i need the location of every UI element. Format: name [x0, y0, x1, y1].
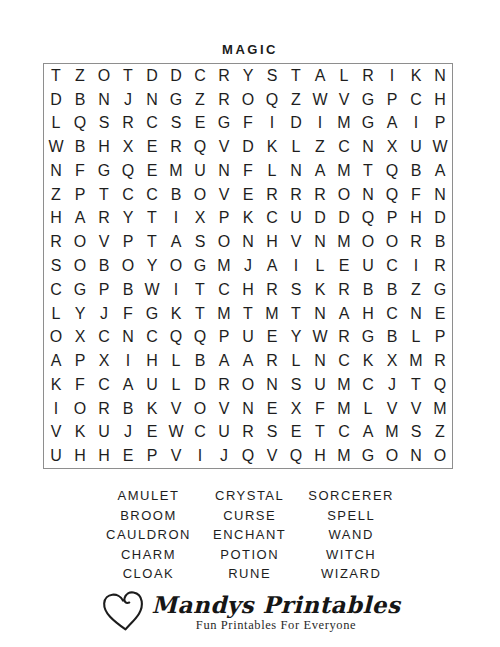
- grid-cell-r8c16: R: [404, 230, 428, 254]
- word-crystal: CRYSTAL: [213, 486, 286, 506]
- grid-cell-r15c14: L: [356, 397, 380, 421]
- word-search-grid: TZOTDDCRYSTALRIKNDBNJNGZROQZWVGPCHLQSRCS…: [43, 63, 453, 469]
- grid-cell-r6c1: Z: [44, 183, 68, 207]
- grid-cell-r10c12: K: [308, 278, 332, 302]
- grid-cell-r16c4: J: [116, 420, 140, 444]
- grid-cell-r17c8: J: [212, 444, 236, 468]
- grid-cell-r14c8: R: [212, 373, 236, 397]
- grid-cell-r1c8: R: [212, 64, 236, 88]
- grid-cell-r11c10: M: [260, 302, 284, 326]
- grid-cell-r17c5: P: [140, 444, 164, 468]
- grid-cell-r8c7: S: [188, 230, 212, 254]
- grid-cell-r9c11: I: [284, 254, 308, 278]
- grid-cell-r3c12: I: [308, 112, 332, 136]
- grid-cell-r16c9: R: [236, 420, 260, 444]
- grid-cell-r16c17: Z: [428, 420, 452, 444]
- grid-cell-r9c10: A: [260, 254, 284, 278]
- grid-cell-r1c1: T: [44, 64, 68, 88]
- grid-cell-r9c17: R: [428, 254, 452, 278]
- grid-cell-r10c9: H: [236, 278, 260, 302]
- grid-cell-r6c14: N: [356, 183, 380, 207]
- grid-cell-r13c5: H: [140, 349, 164, 373]
- grid-cell-r1c2: Z: [68, 64, 92, 88]
- grid-cell-r6c17: N: [428, 183, 452, 207]
- grid-cell-r4c11: L: [284, 135, 308, 159]
- grid-cell-r8c1: R: [44, 230, 68, 254]
- grid-cell-r2c13: V: [332, 88, 356, 112]
- grid-cell-r5c8: N: [212, 159, 236, 183]
- grid-cell-r6c15: Q: [380, 183, 404, 207]
- grid-cell-r13c14: K: [356, 349, 380, 373]
- grid-cell-r15c5: K: [140, 397, 164, 421]
- grid-cell-r13c4: I: [116, 349, 140, 373]
- grid-cell-r7c4: Y: [116, 207, 140, 231]
- grid-cell-r14c11: S: [284, 373, 308, 397]
- word-list-column-2: CRYSTALCURSEENCHANTPOTIONRUNE: [213, 486, 286, 584]
- grid-cell-r6c11: R: [284, 183, 308, 207]
- word-enchant: ENCHANT: [213, 525, 286, 545]
- grid-cell-r2c17: H: [428, 88, 452, 112]
- grid-cell-r3c7: E: [188, 112, 212, 136]
- grid-cell-r2c4: J: [116, 88, 140, 112]
- grid-cell-r10c17: G: [428, 278, 452, 302]
- word-list-column-3: SORCERERSPELLWANDWITCHWIZARD: [308, 486, 394, 584]
- grid-cell-r2c7: Z: [188, 88, 212, 112]
- grid-cell-r14c6: L: [164, 373, 188, 397]
- grid-cell-r1c15: I: [380, 64, 404, 88]
- grid-cell-r17c11: Q: [284, 444, 308, 468]
- grid-cell-r10c14: B: [356, 278, 380, 302]
- word-witch: WITCH: [308, 545, 394, 565]
- grid-cell-r8c11: V: [284, 230, 308, 254]
- heart-icon: [100, 588, 148, 638]
- grid-cell-r5c7: U: [188, 159, 212, 183]
- grid-cell-r2c16: C: [404, 88, 428, 112]
- grid-cell-r7c7: X: [188, 207, 212, 231]
- grid-cell-r17c16: N: [404, 444, 428, 468]
- grid-cell-r13c6: L: [164, 349, 188, 373]
- grid-cell-r12c9: U: [236, 325, 260, 349]
- grid-cell-r17c1: U: [44, 444, 68, 468]
- grid-cell-r1c4: T: [116, 64, 140, 88]
- grid-cell-r9c14: U: [356, 254, 380, 278]
- grid-cell-r5c6: M: [164, 159, 188, 183]
- word-wizard: WIZARD: [308, 564, 394, 584]
- grid-cell-r3c8: G: [212, 112, 236, 136]
- puzzle-title: MAGIC: [0, 42, 500, 57]
- grid-cell-r4c12: Z: [308, 135, 332, 159]
- grid-cell-r16c2: K: [68, 420, 92, 444]
- grid-cell-r7c2: A: [68, 207, 92, 231]
- grid-cell-r17c2: H: [68, 444, 92, 468]
- grid-cell-r2c14: G: [356, 88, 380, 112]
- grid-cell-r4c5: E: [140, 135, 164, 159]
- grid-cell-r7c11: U: [284, 207, 308, 231]
- grid-cell-r6c3: T: [92, 183, 116, 207]
- grid-cell-r13c13: C: [332, 349, 356, 373]
- grid-cell-r15c1: I: [44, 397, 68, 421]
- word-broom: BROOM: [106, 506, 191, 526]
- grid-cell-r12c4: N: [116, 325, 140, 349]
- grid-cell-r15c13: M: [332, 397, 356, 421]
- grid-cell-r12c2: X: [68, 325, 92, 349]
- grid-cell-r4c17: W: [428, 135, 452, 159]
- grid-cell-r3c3: S: [92, 112, 116, 136]
- word-sorcerer: SORCERER: [308, 486, 394, 506]
- grid-cell-r11c16: N: [404, 302, 428, 326]
- grid-cell-r2c12: W: [308, 88, 332, 112]
- grid-cell-r7c5: T: [140, 207, 164, 231]
- grid-cell-r9c4: O: [116, 254, 140, 278]
- grid-cell-r9c15: C: [380, 254, 404, 278]
- grid-cell-r7c17: D: [428, 207, 452, 231]
- grid-cell-r16c14: A: [356, 420, 380, 444]
- grid-cell-r9c2: O: [68, 254, 92, 278]
- grid-cell-r1c6: D: [164, 64, 188, 88]
- grid-cell-r5c16: B: [404, 159, 428, 183]
- grid-cell-r15c7: O: [188, 397, 212, 421]
- grid-cell-r3c13: M: [332, 112, 356, 136]
- grid-cell-r9c16: I: [404, 254, 428, 278]
- grid-cell-r7c3: R: [92, 207, 116, 231]
- grid-cell-r1c14: R: [356, 64, 380, 88]
- grid-cell-r12c16: L: [404, 325, 428, 349]
- grid-cell-r17c7: I: [188, 444, 212, 468]
- grid-cell-r4c14: N: [356, 135, 380, 159]
- grid-cell-r1c13: L: [332, 64, 356, 88]
- grid-cell-r16c5: E: [140, 420, 164, 444]
- grid-cell-r13c2: P: [68, 349, 92, 373]
- grid-cell-r6c10: R: [260, 183, 284, 207]
- grid-cell-r12c12: W: [308, 325, 332, 349]
- grid-cell-r11c7: T: [188, 302, 212, 326]
- grid-cell-r12c15: B: [380, 325, 404, 349]
- grid-cell-r8c10: H: [260, 230, 284, 254]
- grid-cell-r5c1: N: [44, 159, 68, 183]
- grid-cell-r13c10: R: [260, 349, 284, 373]
- grid-cell-r11c11: T: [284, 302, 308, 326]
- grid-cell-r17c15: O: [380, 444, 404, 468]
- grid-cell-r11c1: L: [44, 302, 68, 326]
- grid-cell-r2c6: G: [164, 88, 188, 112]
- grid-cell-r10c16: Z: [404, 278, 428, 302]
- grid-cell-r9c6: O: [164, 254, 188, 278]
- grid-cell-r8c15: O: [380, 230, 404, 254]
- grid-cell-r8c14: O: [356, 230, 380, 254]
- grid-cell-r17c14: G: [356, 444, 380, 468]
- grid-cell-r13c12: N: [308, 349, 332, 373]
- grid-cell-r11c3: J: [92, 302, 116, 326]
- grid-cell-r17c3: H: [92, 444, 116, 468]
- grid-cell-r6c4: C: [116, 183, 140, 207]
- grid-cell-r11c6: K: [164, 302, 188, 326]
- grid-cell-r5c17: A: [428, 159, 452, 183]
- grid-cell-r6c9: E: [236, 183, 260, 207]
- grid-cell-r10c2: G: [68, 278, 92, 302]
- grid-cell-r4c10: K: [260, 135, 284, 159]
- grid-cell-r9c3: B: [92, 254, 116, 278]
- grid-cell-r14c15: J: [380, 373, 404, 397]
- grid-cell-r14c3: C: [92, 373, 116, 397]
- grid-cell-r15c9: N: [236, 397, 260, 421]
- grid-cell-r11c2: Y: [68, 302, 92, 326]
- grid-cell-r13c15: X: [380, 349, 404, 373]
- word-cloak: CLOAK: [106, 564, 191, 584]
- grid-cell-r2c1: D: [44, 88, 68, 112]
- grid-cell-r6c5: C: [140, 183, 164, 207]
- grid-cell-r7c12: D: [308, 207, 332, 231]
- grid-cell-r4c4: X: [116, 135, 140, 159]
- grid-cell-r6c7: O: [188, 183, 212, 207]
- grid-cell-r7c9: K: [236, 207, 260, 231]
- grid-cell-r6c6: B: [164, 183, 188, 207]
- brand-name: Mandys Printables: [152, 592, 401, 618]
- grid-cell-r17c17: O: [428, 444, 452, 468]
- grid-cell-r6c16: F: [404, 183, 428, 207]
- grid-cell-r16c3: U: [92, 420, 116, 444]
- grid-cell-r12c3: C: [92, 325, 116, 349]
- grid-cell-r5c5: E: [140, 159, 164, 183]
- grid-cell-r14c16: T: [404, 373, 428, 397]
- grid-cell-r13c3: X: [92, 349, 116, 373]
- grid-cell-r1c9: Y: [236, 64, 260, 88]
- grid-cell-r5c2: F: [68, 159, 92, 183]
- grid-cell-r11c9: T: [236, 302, 260, 326]
- grid-cell-r15c10: E: [260, 397, 284, 421]
- grid-cell-r12c6: Q: [164, 325, 188, 349]
- grid-cell-r4c8: V: [212, 135, 236, 159]
- grid-cell-r2c9: O: [236, 88, 260, 112]
- grid-cell-r14c7: D: [188, 373, 212, 397]
- grid-cell-r12c1: O: [44, 325, 68, 349]
- grid-cell-r10c6: I: [164, 278, 188, 302]
- grid-cell-r12c5: C: [140, 325, 164, 349]
- grid-cell-r6c2: P: [68, 183, 92, 207]
- grid-cell-r8c3: V: [92, 230, 116, 254]
- grid-cell-r14c12: U: [308, 373, 332, 397]
- grid-cell-r2c10: Q: [260, 88, 284, 112]
- grid-cell-r4c13: C: [332, 135, 356, 159]
- grid-cell-r7c15: P: [380, 207, 404, 231]
- grid-cell-r14c4: A: [116, 373, 140, 397]
- grid-cell-r9c1: S: [44, 254, 68, 278]
- grid-cell-r10c8: C: [212, 278, 236, 302]
- grid-cell-r17c9: Q: [236, 444, 260, 468]
- grid-cell-r13c16: M: [404, 349, 428, 373]
- grid-cell-r7c13: D: [332, 207, 356, 231]
- grid-cell-r6c13: O: [332, 183, 356, 207]
- grid-cell-r7c6: I: [164, 207, 188, 231]
- brand-tagline: Fun Printables For Everyone: [196, 618, 356, 632]
- grid-cell-r8c5: T: [140, 230, 164, 254]
- word-list-column-1: AMULETBROOMCAULDRONCHARMCLOAK: [106, 486, 191, 584]
- grid-cell-r13c1: A: [44, 349, 68, 373]
- grid-cell-r13c9: A: [236, 349, 260, 373]
- grid-cell-r5c15: Q: [380, 159, 404, 183]
- grid-cell-r3c11: D: [284, 112, 308, 136]
- grid-cell-r11c13: A: [332, 302, 356, 326]
- word-rune: RUNE: [213, 564, 286, 584]
- grid-cell-r9c7: G: [188, 254, 212, 278]
- grid-cell-r10c7: T: [188, 278, 212, 302]
- grid-cell-r16c12: T: [308, 420, 332, 444]
- grid-cell-r1c16: K: [404, 64, 428, 88]
- grid-cell-r11c12: N: [308, 302, 332, 326]
- grid-cell-r12c14: G: [356, 325, 380, 349]
- grid-cell-r5c3: G: [92, 159, 116, 183]
- grid-cell-r5c4: Q: [116, 159, 140, 183]
- grid-cell-r8c9: N: [236, 230, 260, 254]
- grid-cell-r1c5: D: [140, 64, 164, 88]
- grid-cell-r2c5: N: [140, 88, 164, 112]
- grid-cell-r8c13: M: [332, 230, 356, 254]
- grid-cell-r15c6: V: [164, 397, 188, 421]
- grid-cell-r4c2: B: [68, 135, 92, 159]
- grid-cell-r3c2: Q: [68, 112, 92, 136]
- grid-cell-r9c9: J: [236, 254, 260, 278]
- grid-cell-r17c13: M: [332, 444, 356, 468]
- grid-cell-r3c4: R: [116, 112, 140, 136]
- grid-cell-r2c2: B: [68, 88, 92, 112]
- grid-cell-r7c1: H: [44, 207, 68, 231]
- grid-cell-r11c14: H: [356, 302, 380, 326]
- grid-cell-r7c14: Q: [356, 207, 380, 231]
- word-cauldron: CAULDRON: [106, 525, 191, 545]
- word-curse: CURSE: [213, 506, 286, 526]
- grid-cell-r7c10: C: [260, 207, 284, 231]
- grid-cell-r11c5: G: [140, 302, 164, 326]
- grid-cell-r17c12: H: [308, 444, 332, 468]
- grid-cell-r10c4: B: [116, 278, 140, 302]
- grid-cell-r15c8: V: [212, 397, 236, 421]
- grid-cell-r10c5: W: [140, 278, 164, 302]
- grid-cell-r10c3: P: [92, 278, 116, 302]
- grid-cell-r16c16: S: [404, 420, 428, 444]
- grid-cell-r1c11: T: [284, 64, 308, 88]
- grid-cell-r3c6: S: [164, 112, 188, 136]
- grid-cell-r15c12: F: [308, 397, 332, 421]
- grid-cell-r5c11: N: [284, 159, 308, 183]
- grid-cell-r6c8: V: [212, 183, 236, 207]
- brand-logo: Mandys Printables Fun Printables For Eve…: [0, 586, 500, 638]
- grid-cell-r13c11: L: [284, 349, 308, 373]
- word-spell: SPELL: [308, 506, 394, 526]
- grid-cell-r16c6: W: [164, 420, 188, 444]
- grid-cell-r15c4: B: [116, 397, 140, 421]
- grid-cell-r1c7: C: [188, 64, 212, 88]
- grid-cell-r12c17: P: [428, 325, 452, 349]
- grid-cell-r15c16: V: [404, 397, 428, 421]
- grid-cell-r16c7: C: [188, 420, 212, 444]
- grid-cell-r3c5: C: [140, 112, 164, 136]
- grid-cell-r17c4: E: [116, 444, 140, 468]
- grid-cell-r4c1: W: [44, 135, 68, 159]
- grid-cell-r14c10: N: [260, 373, 284, 397]
- grid-cell-r8c2: O: [68, 230, 92, 254]
- grid-cell-r11c8: M: [212, 302, 236, 326]
- grid-cell-r13c8: A: [212, 349, 236, 373]
- grid-cell-r16c8: U: [212, 420, 236, 444]
- word-potion: POTION: [213, 545, 286, 565]
- grid-cell-r5c13: M: [332, 159, 356, 183]
- grid-cell-r10c13: R: [332, 278, 356, 302]
- grid-cell-r9c8: M: [212, 254, 236, 278]
- grid-cell-r5c12: A: [308, 159, 332, 183]
- grid-cell-r3c1: L: [44, 112, 68, 136]
- grid-cell-r11c4: F: [116, 302, 140, 326]
- grid-cell-r4c9: D: [236, 135, 260, 159]
- grid-cell-r9c12: L: [308, 254, 332, 278]
- grid-cell-r14c5: U: [140, 373, 164, 397]
- grid-cell-r8c17: B: [428, 230, 452, 254]
- grid-cell-r6c12: R: [308, 183, 332, 207]
- grid-cell-r4c3: H: [92, 135, 116, 159]
- grid-cell-r10c1: C: [44, 278, 68, 302]
- grid-cell-r8c12: N: [308, 230, 332, 254]
- grid-cell-r14c9: O: [236, 373, 260, 397]
- grid-cell-r8c8: O: [212, 230, 236, 254]
- word-amulet: AMULET: [106, 486, 191, 506]
- grid-cell-r3c14: G: [356, 112, 380, 136]
- grid-cell-r14c1: K: [44, 373, 68, 397]
- grid-cell-r10c10: R: [260, 278, 284, 302]
- grid-cell-r4c6: R: [164, 135, 188, 159]
- grid-cell-r16c13: C: [332, 420, 356, 444]
- grid-cell-r1c12: A: [308, 64, 332, 88]
- brand-text-block: Mandys Printables Fun Printables For Eve…: [152, 592, 401, 632]
- grid-cell-r2c15: P: [380, 88, 404, 112]
- grid-cell-r9c13: E: [332, 254, 356, 278]
- grid-cell-r12c7: Q: [188, 325, 212, 349]
- grid-cell-r5c10: L: [260, 159, 284, 183]
- grid-cell-r7c8: P: [212, 207, 236, 231]
- grid-cell-r1c17: N: [428, 64, 452, 88]
- grid-cell-r13c17: R: [428, 349, 452, 373]
- grid-cell-r12c11: Y: [284, 325, 308, 349]
- grid-cell-r14c17: Q: [428, 373, 452, 397]
- grid-cell-r5c9: F: [236, 159, 260, 183]
- grid-cell-r16c15: M: [380, 420, 404, 444]
- word-list: AMULETBROOMCAULDRONCHARMCLOAKCRYSTALCURS…: [0, 486, 500, 584]
- grid-cell-r3c10: I: [260, 112, 284, 136]
- grid-cell-r3c16: I: [404, 112, 428, 136]
- grid-cell-r10c15: B: [380, 278, 404, 302]
- grid-cell-r11c15: C: [380, 302, 404, 326]
- grid-cell-r3c15: A: [380, 112, 404, 136]
- grid-cell-r16c11: E: [284, 420, 308, 444]
- grid-cell-r9c5: Y: [140, 254, 164, 278]
- grid-cell-r12c13: R: [332, 325, 356, 349]
- grid-cell-r4c7: Q: [188, 135, 212, 159]
- grid-cell-r17c10: V: [260, 444, 284, 468]
- grid-cell-r8c6: A: [164, 230, 188, 254]
- grid-cell-r4c16: U: [404, 135, 428, 159]
- word-charm: CHARM: [106, 545, 191, 565]
- grid-cell-r14c13: M: [332, 373, 356, 397]
- grid-cell-r2c3: N: [92, 88, 116, 112]
- grid-cell-r15c17: M: [428, 397, 452, 421]
- grid-cell-r1c10: S: [260, 64, 284, 88]
- grid-cell-r12c10: E: [260, 325, 284, 349]
- word-wand: WAND: [308, 525, 394, 545]
- grid-cell-r10c11: S: [284, 278, 308, 302]
- grid-cell-r17c6: V: [164, 444, 188, 468]
- grid-cell-r15c2: O: [68, 397, 92, 421]
- grid-cell-r15c3: R: [92, 397, 116, 421]
- grid-cell-r2c11: Z: [284, 88, 308, 112]
- grid-cell-r15c15: V: [380, 397, 404, 421]
- grid-cell-r4c15: X: [380, 135, 404, 159]
